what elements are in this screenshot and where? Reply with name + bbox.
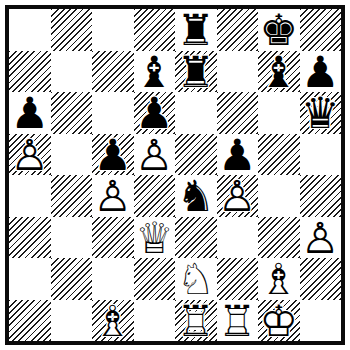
square-f7[interactable] [217, 51, 259, 93]
square-a1[interactable] [9, 300, 51, 342]
square-b4[interactable] [51, 175, 93, 217]
square-f3[interactable] [217, 217, 259, 259]
black-bishop-piece: ♝ [134, 51, 176, 93]
square-g7[interactable]: ♝ [258, 51, 300, 93]
square-d2[interactable] [134, 258, 176, 300]
white-rook-piece: ♖ [217, 300, 259, 342]
square-e1[interactable]: ♜♖ [175, 300, 217, 342]
square-b2[interactable] [51, 258, 93, 300]
square-h7[interactable]: ♟ [300, 51, 342, 93]
black-king-piece: ♚ [258, 9, 300, 51]
white-rook-piece: ♖ [175, 300, 217, 342]
square-h8[interactable] [300, 9, 342, 51]
square-f4[interactable]: ♟♙ [217, 175, 259, 217]
white-pawn-fill: ♟ [217, 175, 259, 217]
chess-board-frame: ♜♚♝♜♝♟♟♟♛♟♙♟♟♙♟♟♙♞♟♙♛♕♟♙♞♘♝♗♝♗♜♖♜♖♚♔ [5, 5, 345, 345]
square-e7[interactable]: ♜ [175, 51, 217, 93]
white-queen-piece: ♕ [134, 217, 176, 259]
black-bishop-piece: ♝ [258, 51, 300, 93]
square-f8[interactable] [217, 9, 259, 51]
square-f2[interactable] [217, 258, 259, 300]
white-bishop-fill: ♝ [258, 258, 300, 300]
square-c5[interactable]: ♟ [92, 134, 134, 176]
square-c8[interactable] [92, 9, 134, 51]
white-pawn-fill: ♟ [300, 217, 342, 259]
square-c2[interactable] [92, 258, 134, 300]
square-d4[interactable] [134, 175, 176, 217]
black-pawn-piece: ♟ [9, 92, 51, 134]
black-pawn-piece: ♟ [217, 134, 259, 176]
white-pawn-fill: ♟ [92, 175, 134, 217]
black-rook-piece: ♜ [175, 9, 217, 51]
square-h3[interactable]: ♟♙ [300, 217, 342, 259]
square-b5[interactable] [51, 134, 93, 176]
black-rook-piece: ♜ [175, 51, 217, 93]
square-g4[interactable] [258, 175, 300, 217]
square-a2[interactable] [9, 258, 51, 300]
square-a8[interactable] [9, 9, 51, 51]
square-h2[interactable] [300, 258, 342, 300]
square-g5[interactable] [258, 134, 300, 176]
square-b3[interactable] [51, 217, 93, 259]
square-c4[interactable]: ♟♙ [92, 175, 134, 217]
white-knight-fill: ♞ [175, 258, 217, 300]
white-king-fill: ♚ [258, 300, 300, 342]
square-h6[interactable]: ♛ [300, 92, 342, 134]
square-c3[interactable] [92, 217, 134, 259]
chess-board: ♜♚♝♜♝♟♟♟♛♟♙♟♟♙♟♟♙♞♟♙♛♕♟♙♞♘♝♗♝♗♜♖♜♖♚♔ [9, 9, 341, 341]
square-c1[interactable]: ♝♗ [92, 300, 134, 342]
square-b7[interactable] [51, 51, 93, 93]
square-g8[interactable]: ♚ [258, 9, 300, 51]
white-rook-fill: ♜ [217, 300, 259, 342]
square-f1[interactable]: ♜♖ [217, 300, 259, 342]
square-d1[interactable] [134, 300, 176, 342]
white-bishop-fill: ♝ [92, 300, 134, 342]
square-a4[interactable] [9, 175, 51, 217]
square-d5[interactable]: ♟♙ [134, 134, 176, 176]
black-pawn-piece: ♟ [92, 134, 134, 176]
white-queen-fill: ♛ [134, 217, 176, 259]
square-a3[interactable] [9, 217, 51, 259]
square-b1[interactable] [51, 300, 93, 342]
square-d3[interactable]: ♛♕ [134, 217, 176, 259]
white-pawn-piece: ♙ [92, 175, 134, 217]
white-pawn-piece: ♙ [300, 217, 342, 259]
white-pawn-piece: ♙ [134, 134, 176, 176]
black-queen-piece: ♛ [300, 92, 342, 134]
black-pawn-piece: ♟ [300, 51, 342, 93]
white-bishop-piece: ♗ [92, 300, 134, 342]
white-rook-fill: ♜ [175, 300, 217, 342]
square-e4[interactable]: ♞ [175, 175, 217, 217]
white-bishop-piece: ♗ [258, 258, 300, 300]
square-a6[interactable]: ♟ [9, 92, 51, 134]
white-pawn-piece: ♙ [217, 175, 259, 217]
white-knight-piece: ♘ [175, 258, 217, 300]
square-e2[interactable]: ♞♘ [175, 258, 217, 300]
square-h5[interactable] [300, 134, 342, 176]
white-pawn-piece: ♙ [9, 134, 51, 176]
square-g1[interactable]: ♚♔ [258, 300, 300, 342]
white-pawn-fill: ♟ [9, 134, 51, 176]
square-h4[interactable] [300, 175, 342, 217]
square-h1[interactable] [300, 300, 342, 342]
square-g6[interactable] [258, 92, 300, 134]
white-king-piece: ♔ [258, 300, 300, 342]
square-d8[interactable] [134, 9, 176, 51]
square-e3[interactable] [175, 217, 217, 259]
square-f5[interactable]: ♟ [217, 134, 259, 176]
square-d6[interactable]: ♟ [134, 92, 176, 134]
black-pawn-piece: ♟ [134, 92, 176, 134]
square-e5[interactable] [175, 134, 217, 176]
square-e6[interactable] [175, 92, 217, 134]
white-pawn-fill: ♟ [134, 134, 176, 176]
square-a5[interactable]: ♟♙ [9, 134, 51, 176]
square-a7[interactable] [9, 51, 51, 93]
square-f6[interactable] [217, 92, 259, 134]
square-g2[interactable]: ♝♗ [258, 258, 300, 300]
square-b6[interactable] [51, 92, 93, 134]
square-c6[interactable] [92, 92, 134, 134]
square-b8[interactable] [51, 9, 93, 51]
square-g3[interactable] [258, 217, 300, 259]
square-d7[interactable]: ♝ [134, 51, 176, 93]
square-e8[interactable]: ♜ [175, 9, 217, 51]
square-c7[interactable] [92, 51, 134, 93]
black-knight-piece: ♞ [175, 175, 217, 217]
